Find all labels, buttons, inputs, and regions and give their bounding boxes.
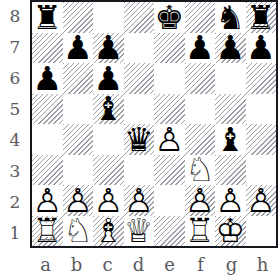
square-d4[interactable]: ♛ [124, 124, 155, 155]
piece-white-knight[interactable]: ♞♘ [63, 216, 94, 247]
pawn-fill-layer: ♟ [63, 33, 94, 64]
rank-label-6: 6 [0, 62, 30, 93]
file-label-g: g [216, 249, 247, 280]
file-label-f: f [185, 249, 216, 280]
queen-fill-layer: ♛ [124, 124, 155, 155]
chess-diagram: 87654321 ♜♚♞♜♟♟♟♟♟♟♟♝♛♟♙♝♞♘♟♙♟♙♟♙♟♙♟♙♟♙♟… [0, 0, 279, 280]
rook-outline-layer: ♖ [185, 216, 216, 247]
square-h5[interactable] [246, 94, 277, 125]
rook-outline-layer: ♖ [32, 216, 63, 247]
bishop-fill-layer: ♝ [93, 94, 124, 125]
piece-black-bishop[interactable]: ♝ [93, 94, 124, 125]
knight-outline-layer: ♘ [63, 216, 94, 247]
piece-white-king[interactable]: ♚♔ [215, 216, 246, 247]
square-b1[interactable]: ♞♘ [63, 216, 94, 247]
queen-outline-layer: ♕ [124, 216, 155, 247]
rank-label-8: 8 [0, 0, 30, 31]
square-g4[interactable]: ♝ [215, 124, 246, 155]
piece-black-pawn[interactable]: ♟ [215, 33, 246, 64]
square-h2[interactable]: ♟♙ [246, 185, 277, 216]
piece-black-pawn[interactable]: ♟ [185, 33, 216, 64]
bishop-outline-layer: ♗ [93, 216, 124, 247]
square-d8[interactable] [124, 2, 155, 33]
piece-white-rook[interactable]: ♜♖ [185, 216, 216, 247]
square-h6[interactable] [246, 63, 277, 94]
rank-label-3: 3 [0, 155, 30, 186]
square-g6[interactable] [215, 63, 246, 94]
pawn-fill-layer: ♟ [32, 63, 63, 94]
piece-black-pawn[interactable]: ♟ [63, 33, 94, 64]
square-e6[interactable] [154, 63, 185, 94]
rank-labels: 87654321 [0, 0, 30, 248]
pawn-fill-layer: ♟ [215, 33, 246, 64]
pawn-outline-layer: ♙ [154, 124, 185, 155]
rank-label-1: 1 [0, 217, 30, 248]
square-f5[interactable] [185, 94, 216, 125]
file-labels: abcdefgh [30, 249, 278, 280]
king-fill-layer: ♚ [154, 2, 185, 33]
piece-black-rook[interactable]: ♜ [32, 2, 63, 33]
piece-black-queen[interactable]: ♛ [124, 124, 155, 155]
square-h1[interactable] [246, 216, 277, 247]
square-c5[interactable]: ♝ [93, 94, 124, 125]
pawn-fill-layer: ♟ [246, 33, 277, 64]
file-label-e: e [154, 249, 185, 280]
file-label-a: a [30, 249, 61, 280]
square-b4[interactable] [63, 124, 94, 155]
square-d7[interactable] [124, 33, 155, 64]
piece-black-bishop[interactable]: ♝ [215, 124, 246, 155]
rank-label-5: 5 [0, 93, 30, 124]
pawn-fill-layer: ♟ [185, 33, 216, 64]
pawn-outline-layer: ♙ [246, 185, 277, 216]
file-label-h: h [247, 249, 278, 280]
piece-white-pawn[interactable]: ♟♙ [246, 185, 277, 216]
square-c1[interactable]: ♝♗ [93, 216, 124, 247]
king-outline-layer: ♔ [215, 216, 246, 247]
square-a4[interactable] [32, 124, 63, 155]
square-b5[interactable] [63, 94, 94, 125]
rank-label-2: 2 [0, 186, 30, 217]
square-a1[interactable]: ♜♖ [32, 216, 63, 247]
piece-white-rook[interactable]: ♜♖ [32, 216, 63, 247]
rook-fill-layer: ♜ [32, 2, 63, 33]
square-a5[interactable] [32, 94, 63, 125]
file-label-d: d [123, 249, 154, 280]
square-f7[interactable]: ♟ [185, 33, 216, 64]
square-e2[interactable] [154, 185, 185, 216]
square-e1[interactable] [154, 216, 185, 247]
square-d6[interactable] [124, 63, 155, 94]
piece-black-pawn[interactable]: ♟ [246, 33, 277, 64]
square-e7[interactable] [154, 33, 185, 64]
square-b6[interactable] [63, 63, 94, 94]
square-b7[interactable]: ♟ [63, 33, 94, 64]
square-f1[interactable]: ♜♖ [185, 216, 216, 247]
square-e4[interactable]: ♟♙ [154, 124, 185, 155]
piece-white-pawn[interactable]: ♟♙ [154, 124, 185, 155]
piece-black-pawn[interactable]: ♟ [32, 63, 63, 94]
square-d1[interactable]: ♛♕ [124, 216, 155, 247]
piece-white-bishop[interactable]: ♝♗ [93, 216, 124, 247]
square-g7[interactable]: ♟ [215, 33, 246, 64]
file-label-c: c [92, 249, 123, 280]
square-e3[interactable] [154, 155, 185, 186]
rank-label-7: 7 [0, 31, 30, 62]
bishop-fill-layer: ♝ [215, 124, 246, 155]
square-h4[interactable] [246, 124, 277, 155]
square-g1[interactable]: ♚♔ [215, 216, 246, 247]
square-e8[interactable]: ♚ [154, 2, 185, 33]
square-c4[interactable] [93, 124, 124, 155]
piece-white-queen[interactable]: ♛♕ [124, 216, 155, 247]
piece-black-king[interactable]: ♚ [154, 2, 185, 33]
square-h7[interactable]: ♟ [246, 33, 277, 64]
square-a8[interactable]: ♜ [32, 2, 63, 33]
chess-board: ♜♚♞♜♟♟♟♟♟♟♟♝♛♟♙♝♞♘♟♙♟♙♟♙♟♙♟♙♟♙♟♙♜♖♞♘♝♗♛♕… [30, 0, 278, 248]
square-a6[interactable]: ♟ [32, 63, 63, 94]
rank-label-4: 4 [0, 124, 30, 155]
square-f6[interactable] [185, 63, 216, 94]
file-label-b: b [61, 249, 92, 280]
